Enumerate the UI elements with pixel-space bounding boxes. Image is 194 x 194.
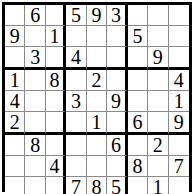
given-cell-r9c6: 5 (107, 177, 127, 194)
given-cell-r7c2: 8 (25, 135, 45, 156)
empty-cell-r6c8[interactable] (148, 112, 168, 135)
empty-cell-r6c6[interactable] (107, 112, 127, 135)
given-cell-r4c3: 8 (46, 70, 66, 91)
empty-cell-r1c1[interactable] (5, 5, 25, 26)
empty-cell-r2c8[interactable] (148, 26, 168, 47)
given-cell-r4c9: 4 (169, 70, 189, 91)
empty-cell-r5c3[interactable] (46, 91, 66, 112)
empty-cell-r7c3[interactable] (46, 135, 66, 156)
given-cell-r8c9: 7 (169, 156, 189, 177)
given-cell-r1c5: 9 (87, 5, 107, 26)
given-cell-r3c8: 9 (148, 47, 168, 70)
empty-cell-r9c1[interactable] (5, 177, 25, 194)
empty-cell-r9c2[interactable] (25, 177, 45, 194)
empty-cell-r2c6[interactable] (107, 26, 127, 47)
empty-cell-r5c7[interactable] (128, 91, 148, 112)
empty-cell-r3c1[interactable] (5, 47, 25, 70)
given-cell-r1c4: 5 (66, 5, 86, 26)
empty-cell-r7c7[interactable] (128, 135, 148, 156)
given-cell-r5c9: 1 (169, 91, 189, 112)
empty-cell-r6c4[interactable] (66, 112, 86, 135)
empty-cell-r7c4[interactable] (66, 135, 86, 156)
given-cell-r7c6: 6 (107, 135, 127, 156)
given-cell-r2c3: 1 (46, 26, 66, 47)
given-cell-r2c7: 5 (128, 26, 148, 47)
empty-cell-r4c4[interactable] (66, 70, 86, 91)
empty-cell-r7c5[interactable] (87, 135, 107, 156)
empty-cell-r9c7[interactable] (128, 177, 148, 194)
given-cell-r6c1: 2 (5, 112, 25, 135)
empty-cell-r6c3[interactable] (46, 112, 66, 135)
empty-cell-r1c9[interactable] (169, 5, 189, 26)
empty-cell-r8c2[interactable] (25, 156, 45, 177)
empty-cell-r3c3[interactable] (46, 47, 66, 70)
empty-cell-r3c6[interactable] (107, 47, 127, 70)
empty-cell-r5c5[interactable] (87, 91, 107, 112)
given-cell-r3c2: 3 (25, 47, 45, 70)
empty-cell-r8c8[interactable] (148, 156, 168, 177)
given-cell-r5c6: 9 (107, 91, 127, 112)
given-cell-r2c1: 9 (5, 26, 25, 47)
empty-cell-r2c5[interactable] (87, 26, 107, 47)
empty-cell-r3c7[interactable] (128, 47, 148, 70)
empty-cell-r6c2[interactable] (25, 112, 45, 135)
empty-cell-r8c6[interactable] (107, 156, 127, 177)
given-cell-r6c9: 9 (169, 112, 189, 135)
empty-cell-r4c2[interactable] (25, 70, 45, 91)
empty-cell-r1c3[interactable] (46, 5, 66, 26)
given-cell-r3c4: 4 (66, 47, 86, 70)
given-cell-r1c6: 3 (107, 5, 127, 26)
empty-cell-r4c6[interactable] (107, 70, 127, 91)
given-cell-r4c1: 1 (5, 70, 25, 91)
given-cell-r9c4: 7 (66, 177, 86, 194)
page: 65939153491824439121698624877851 (0, 0, 194, 194)
empty-cell-r5c8[interactable] (148, 91, 168, 112)
given-cell-r1c2: 6 (25, 5, 45, 26)
given-cell-r6c5: 1 (87, 112, 107, 135)
empty-cell-r7c9[interactable] (169, 135, 189, 156)
empty-cell-r8c4[interactable] (66, 156, 86, 177)
empty-cell-r1c8[interactable] (148, 5, 168, 26)
empty-cell-r9c3[interactable] (46, 177, 66, 194)
given-cell-r9c5: 8 (87, 177, 107, 194)
empty-cell-r1c7[interactable] (128, 5, 148, 26)
empty-cell-r2c4[interactable] (66, 26, 86, 47)
given-cell-r5c1: 4 (5, 91, 25, 112)
empty-cell-r3c9[interactable] (169, 47, 189, 70)
empty-cell-r5c2[interactable] (25, 91, 45, 112)
empty-cell-r2c9[interactable] (169, 26, 189, 47)
empty-cell-r3c5[interactable] (87, 47, 107, 70)
empty-cell-r9c9[interactable] (169, 177, 189, 194)
empty-cell-r2c2[interactable] (25, 26, 45, 47)
given-cell-r4c5: 2 (87, 70, 107, 91)
empty-cell-r8c1[interactable] (5, 156, 25, 177)
given-cell-r8c7: 8 (128, 156, 148, 177)
empty-cell-r8c5[interactable] (87, 156, 107, 177)
given-cell-r8c3: 4 (46, 156, 66, 177)
given-cell-r5c4: 3 (66, 91, 86, 112)
given-cell-r9c8: 1 (148, 177, 168, 194)
sudoku-board: 65939153491824439121698624877851 (2, 2, 192, 192)
given-cell-r6c7: 6 (128, 112, 148, 135)
empty-cell-r7c1[interactable] (5, 135, 25, 156)
given-cell-r7c8: 2 (148, 135, 168, 156)
empty-cell-r4c8[interactable] (148, 70, 168, 91)
empty-cell-r4c7[interactable] (128, 70, 148, 91)
